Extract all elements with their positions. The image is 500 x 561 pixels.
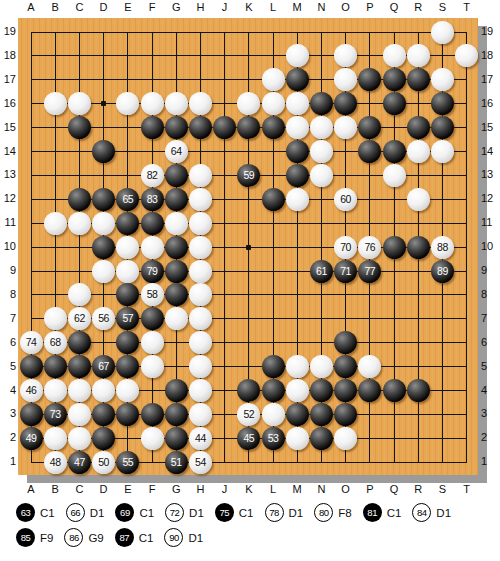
stone-L4[interactable]: [262, 379, 285, 402]
right-coordinate-label: 9: [481, 264, 497, 276]
bottom-coordinate-label: G: [168, 483, 184, 495]
stone-A6[interactable]: 74: [20, 331, 43, 354]
caption-point-label: C1: [387, 507, 402, 519]
stone-H2[interactable]: 44: [189, 427, 212, 450]
stone-B11[interactable]: [44, 212, 67, 235]
stone-N3[interactable]: [310, 403, 333, 426]
caption-point-label: D1: [90, 507, 105, 519]
caption-point-label: D1: [436, 507, 451, 519]
caption-stone-90: 90: [164, 528, 183, 547]
stone-D9[interactable]: [92, 260, 115, 283]
stone-Q18[interactable]: [383, 44, 406, 67]
stone-G3[interactable]: [165, 403, 188, 426]
caption-point-label: D1: [289, 507, 304, 519]
stone-R10[interactable]: [407, 236, 430, 259]
stone-D11[interactable]: [92, 212, 115, 235]
stone-R15[interactable]: [407, 116, 430, 139]
stone-P17[interactable]: [358, 68, 381, 91]
stone-P10[interactable]: 76: [358, 236, 381, 259]
left-coordinate-label: 3: [0, 407, 16, 419]
stone-E8[interactable]: [116, 283, 139, 306]
bottom-coordinate-label: P: [362, 483, 378, 495]
stone-N13[interactable]: [310, 164, 333, 187]
stone-F8[interactable]: 58: [141, 283, 164, 306]
stone-M18[interactable]: [286, 44, 309, 67]
caption-point-label: D1: [188, 532, 203, 544]
bottom-coordinate-label: F: [144, 483, 160, 495]
stone-B3[interactable]: 73: [44, 403, 67, 426]
left-coordinate-label: 5: [0, 360, 16, 372]
stone-K2[interactable]: 45: [237, 427, 260, 450]
caption-line: 63C166D169C172D175C178D180F881C184D1: [16, 500, 492, 525]
right-coordinate-label: 2: [481, 431, 497, 443]
caption-line: 85F986G987C190D1: [16, 525, 492, 550]
stone-G9[interactable]: [165, 260, 188, 283]
stone-B6[interactable]: 68: [44, 331, 67, 354]
left-coordinate-label: 7: [0, 312, 16, 324]
stone-H10[interactable]: [189, 236, 212, 259]
grid-line: [31, 32, 468, 33]
stone-B5[interactable]: [44, 355, 67, 378]
stone-M16[interactable]: [286, 92, 309, 115]
stone-S15[interactable]: [431, 116, 454, 139]
stone-K15[interactable]: [237, 116, 260, 139]
stone-R14[interactable]: [407, 140, 430, 163]
stone-F3[interactable]: [141, 403, 164, 426]
top-coordinate-label: K: [241, 1, 257, 13]
stone-O18[interactable]: [334, 44, 357, 67]
stone-L15[interactable]: [262, 116, 285, 139]
star-point: [246, 245, 251, 250]
stone-M4[interactable]: [286, 379, 309, 402]
stone-O2[interactable]: [334, 427, 357, 450]
right-coordinate-label: 5: [481, 360, 497, 372]
stone-O16[interactable]: [334, 92, 357, 115]
stone-E16[interactable]: [116, 92, 139, 115]
right-coordinate-label: 16: [481, 97, 497, 109]
stone-C3[interactable]: [68, 403, 91, 426]
stone-N9[interactable]: 61: [310, 260, 333, 283]
stone-S16[interactable]: [431, 92, 454, 115]
stone-E1[interactable]: 55: [116, 451, 139, 474]
left-coordinate-label: 11: [0, 216, 16, 228]
stone-G4[interactable]: [165, 379, 188, 402]
left-coordinate-label: 10: [0, 240, 16, 252]
caption-stone-81: 81: [363, 503, 382, 522]
stone-Q16[interactable]: [383, 92, 406, 115]
left-coordinate-label: 16: [0, 97, 16, 109]
stone-H3[interactable]: [189, 403, 212, 426]
caption-point-label: C1: [239, 507, 254, 519]
stone-H6[interactable]: [189, 331, 212, 354]
top-coordinate-label: P: [362, 1, 378, 13]
stone-H9[interactable]: [189, 260, 212, 283]
bottom-coordinate-label: N: [313, 483, 329, 495]
stone-H7[interactable]: [189, 307, 212, 330]
bottom-coordinate-label: H: [192, 483, 208, 495]
top-coordinate-label: Q: [386, 1, 402, 13]
bottom-coordinate-label: B: [47, 483, 63, 495]
stone-M3[interactable]: [286, 403, 309, 426]
right-coordinate-label: 6: [481, 336, 497, 348]
stone-L16[interactable]: [262, 92, 285, 115]
grid-line: [31, 342, 468, 343]
caption-point-label: F8: [338, 507, 351, 519]
bottom-coordinate-label: L: [265, 483, 281, 495]
stone-R4[interactable]: [407, 379, 430, 402]
stone-B7[interactable]: [44, 307, 67, 330]
bottom-coordinate-label: O: [338, 483, 354, 495]
stone-L5[interactable]: [262, 355, 285, 378]
left-coordinate-label: 17: [0, 73, 16, 85]
top-coordinate-label: N: [313, 1, 329, 13]
stone-B2[interactable]: [44, 427, 67, 450]
bottom-coordinate-label: C: [71, 483, 87, 495]
right-coordinate-label: 19: [481, 25, 497, 37]
stone-E3[interactable]: [116, 403, 139, 426]
stone-Q13[interactable]: [383, 164, 406, 187]
stone-G16[interactable]: [165, 92, 188, 115]
right-coordinate-label: 17: [481, 73, 497, 85]
bottom-coordinate-label: A: [23, 483, 39, 495]
caption-stone-66: 66: [66, 503, 85, 522]
right-coordinate-label: 12: [481, 192, 497, 204]
top-coordinate-label: F: [144, 1, 160, 13]
stone-C16[interactable]: [68, 92, 91, 115]
caption-stone-78: 78: [265, 503, 284, 522]
stone-C2[interactable]: [68, 427, 91, 450]
stone-C6[interactable]: [68, 331, 91, 354]
stone-D2[interactable]: [92, 427, 115, 450]
top-coordinate-label: E: [120, 1, 136, 13]
stone-E6[interactable]: [116, 331, 139, 354]
top-coordinate-label: S: [434, 1, 450, 13]
stone-E5[interactable]: [116, 355, 139, 378]
right-coordinate-label: 13: [481, 168, 497, 180]
stone-C4[interactable]: [68, 379, 91, 402]
stone-E11[interactable]: [116, 212, 139, 235]
stone-K16[interactable]: [237, 92, 260, 115]
stone-F11[interactable]: [141, 212, 164, 235]
stone-J15[interactable]: [213, 116, 236, 139]
stone-H16[interactable]: [189, 92, 212, 115]
stone-H8[interactable]: [189, 283, 212, 306]
stone-D10[interactable]: [92, 236, 115, 259]
caption-stone-75: 75: [215, 503, 234, 522]
stone-O6[interactable]: [334, 331, 357, 354]
stone-G2[interactable]: [165, 427, 188, 450]
stone-C5[interactable]: [68, 355, 91, 378]
stone-P14[interactable]: [358, 140, 381, 163]
stone-F15[interactable]: [141, 116, 164, 139]
stone-P4[interactable]: [358, 379, 381, 402]
stone-E7[interactable]: 57: [116, 307, 139, 330]
bottom-coordinate-label: E: [120, 483, 136, 495]
stone-E12[interactable]: 65: [116, 188, 139, 211]
stone-A2[interactable]: 49: [20, 427, 43, 450]
bottom-coordinate-label: S: [434, 483, 450, 495]
stone-B1[interactable]: 48: [44, 451, 67, 474]
stone-D1[interactable]: 50: [92, 451, 115, 474]
left-coordinate-label: 14: [0, 145, 16, 157]
stone-M2[interactable]: [286, 427, 309, 450]
bottom-coordinate-label: M: [289, 483, 305, 495]
stone-K13[interactable]: 59: [237, 164, 260, 187]
goban[interactable]: 6482596583607076887961717789586256577468…: [18, 18, 478, 475]
right-coordinate-label: 15: [481, 121, 497, 133]
stone-S17[interactable]: [431, 68, 454, 91]
stone-H1[interactable]: 54: [189, 451, 212, 474]
stone-K4[interactable]: [237, 379, 260, 402]
left-coordinate-label: 9: [0, 264, 16, 276]
bottom-coordinate-label: T: [459, 483, 475, 495]
left-coordinate-label: 19: [0, 25, 16, 37]
left-coordinate-label: 13: [0, 168, 16, 180]
stone-F9[interactable]: 79: [141, 260, 164, 283]
stone-O17[interactable]: [334, 68, 357, 91]
right-coordinate-label: 3: [481, 407, 497, 419]
stone-C11[interactable]: [68, 212, 91, 235]
right-coordinate-label: 14: [481, 145, 497, 157]
stone-N16[interactable]: [310, 92, 333, 115]
stone-M12[interactable]: [286, 188, 309, 211]
stone-H12[interactable]: [189, 188, 212, 211]
stone-N14[interactable]: [310, 140, 333, 163]
move-caption: 63C166D169C172D175C178D180F881C184D185F9…: [16, 500, 492, 550]
stone-H15[interactable]: [189, 116, 212, 139]
bottom-coordinate-label: D: [96, 483, 112, 495]
stone-Q17[interactable]: [383, 68, 406, 91]
stone-Q4[interactable]: [383, 379, 406, 402]
stone-H13[interactable]: [189, 164, 212, 187]
stone-S14[interactable]: [431, 140, 454, 163]
stone-O15[interactable]: [334, 116, 357, 139]
stone-S9[interactable]: 89: [431, 260, 454, 283]
bottom-coordinate-label: J: [217, 483, 233, 495]
stone-F13[interactable]: 82: [141, 164, 164, 187]
stone-G1[interactable]: 51: [165, 451, 188, 474]
stone-E4[interactable]: [116, 379, 139, 402]
top-coordinate-label: O: [338, 1, 354, 13]
stone-D3[interactable]: [92, 403, 115, 426]
stone-N15[interactable]: [310, 116, 333, 139]
stone-C12[interactable]: [68, 188, 91, 211]
stone-R12[interactable]: [407, 188, 430, 211]
right-coordinate-label: 18: [481, 49, 497, 61]
stone-A5[interactable]: [20, 355, 43, 378]
stone-G12[interactable]: [165, 188, 188, 211]
stone-S19[interactable]: [431, 21, 454, 44]
stone-G8[interactable]: [165, 283, 188, 306]
stone-D4[interactable]: [92, 379, 115, 402]
stone-A4[interactable]: 46: [20, 379, 43, 402]
stone-O5[interactable]: [334, 355, 357, 378]
caption-point-label: C1: [139, 532, 154, 544]
stone-O3[interactable]: [334, 403, 357, 426]
stone-H5[interactable]: [189, 355, 212, 378]
caption-stone-85: 85: [16, 528, 35, 547]
bottom-coordinate-label: K: [241, 483, 257, 495]
stone-B16[interactable]: [44, 92, 67, 115]
right-coordinate-label: 8: [481, 288, 497, 300]
stone-O4[interactable]: [334, 379, 357, 402]
stone-F2[interactable]: [141, 427, 164, 450]
stone-M14[interactable]: [286, 140, 309, 163]
left-coordinate-label: 12: [0, 192, 16, 204]
right-coordinate-label: 7: [481, 312, 497, 324]
stone-Q10[interactable]: [383, 236, 406, 259]
stone-P5[interactable]: [358, 355, 381, 378]
caption-stone-87: 87: [115, 528, 134, 547]
stone-F16[interactable]: [141, 92, 164, 115]
top-coordinate-label: C: [71, 1, 87, 13]
stone-L17[interactable]: [262, 68, 285, 91]
caption-point-label: C1: [40, 507, 55, 519]
stone-C15[interactable]: [68, 116, 91, 139]
stone-P9[interactable]: 77: [358, 260, 381, 283]
caption-stone-63: 63: [16, 503, 35, 522]
bottom-coordinate-label: Q: [386, 483, 402, 495]
stone-G10[interactable]: [165, 236, 188, 259]
top-coordinate-label: A: [23, 1, 39, 13]
stone-A3[interactable]: [20, 403, 43, 426]
top-coordinate-label: L: [265, 1, 281, 13]
stone-D5[interactable]: 67: [92, 355, 115, 378]
stone-O12[interactable]: 60: [334, 188, 357, 211]
star-point: [101, 101, 106, 106]
left-coordinate-label: 18: [0, 49, 16, 61]
caption-stone-69: 69: [115, 503, 134, 522]
stone-C1[interactable]: 47: [68, 451, 91, 474]
stone-N4[interactable]: [310, 379, 333, 402]
top-coordinate-label: R: [410, 1, 426, 13]
top-coordinate-label: G: [168, 1, 184, 13]
stone-G15[interactable]: [165, 116, 188, 139]
right-coordinate-label: 10: [481, 240, 497, 252]
right-coordinate-label: 4: [481, 384, 497, 396]
left-coordinate-label: 4: [0, 384, 16, 396]
top-coordinate-label: B: [47, 1, 63, 13]
stone-Q14[interactable]: [383, 140, 406, 163]
left-coordinate-label: 15: [0, 121, 16, 133]
caption-point-label: D1: [189, 507, 204, 519]
stone-D12[interactable]: [92, 188, 115, 211]
stone-R17[interactable]: [407, 68, 430, 91]
stone-F6[interactable]: [141, 331, 164, 354]
top-coordinate-label: D: [96, 1, 112, 13]
stone-O10[interactable]: 70: [334, 236, 357, 259]
stone-K3[interactable]: 52: [237, 403, 260, 426]
stone-G13[interactable]: [165, 164, 188, 187]
stone-O9[interactable]: 71: [334, 260, 357, 283]
stone-N5[interactable]: [310, 355, 333, 378]
caption-stone-86: 86: [64, 528, 83, 547]
stone-F10[interactable]: [141, 236, 164, 259]
grid-line: [31, 294, 468, 295]
stone-H11[interactable]: [189, 212, 212, 235]
stone-P15[interactable]: [358, 116, 381, 139]
stone-G7[interactable]: [165, 307, 188, 330]
top-coordinate-label: M: [289, 1, 305, 13]
stone-T18[interactable]: [455, 44, 478, 67]
stone-F12[interactable]: 83: [141, 188, 164, 211]
stone-M13[interactable]: [286, 164, 309, 187]
left-coordinate-label: 8: [0, 288, 16, 300]
stone-L3[interactable]: [262, 403, 285, 426]
stone-R18[interactable]: [407, 44, 430, 67]
go-diagram-page: { "game": "go", "board_size": 19, "board…: [0, 0, 500, 561]
caption-point-label: F9: [40, 532, 53, 544]
left-coordinate-label: 2: [0, 431, 16, 443]
left-coordinate-label: 1: [0, 455, 16, 467]
top-coordinate-label: J: [217, 1, 233, 13]
stone-G14[interactable]: 64: [165, 140, 188, 163]
stone-E10[interactable]: [116, 236, 139, 259]
caption-stone-72: 72: [165, 503, 184, 522]
stone-D14[interactable]: [92, 140, 115, 163]
stone-H4[interactable]: [189, 379, 212, 402]
stone-F5[interactable]: [141, 355, 164, 378]
caption-point-label: C1: [139, 507, 154, 519]
stone-N2[interactable]: [310, 427, 333, 450]
stone-M15[interactable]: [286, 116, 309, 139]
stone-L12[interactable]: [262, 188, 285, 211]
stone-C7[interactable]: 62: [68, 307, 91, 330]
stone-D7[interactable]: 56: [92, 307, 115, 330]
stone-M17[interactable]: [286, 68, 309, 91]
right-coordinate-label: 1: [481, 455, 497, 467]
stone-F7[interactable]: [141, 307, 164, 330]
bottom-coordinate-label: R: [410, 483, 426, 495]
caption-point-label: G9: [88, 532, 103, 544]
stone-E9[interactable]: [116, 260, 139, 283]
right-coordinate-label: 11: [481, 216, 497, 228]
stone-G11[interactable]: [165, 212, 188, 235]
stone-C8[interactable]: [68, 283, 91, 306]
top-coordinate-label: T: [459, 1, 475, 13]
stone-L2[interactable]: 53: [262, 427, 285, 450]
stone-S10[interactable]: 88: [431, 236, 454, 259]
stone-B4[interactable]: [44, 379, 67, 402]
top-coordinate-label: H: [192, 1, 208, 13]
caption-stone-80: 80: [314, 503, 333, 522]
left-coordinate-label: 6: [0, 336, 16, 348]
caption-stone-84: 84: [412, 503, 431, 522]
stone-M5[interactable]: [286, 355, 309, 378]
